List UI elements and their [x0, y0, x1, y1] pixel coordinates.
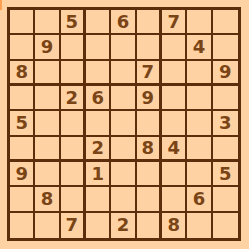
cell-r6c9[interactable] [213, 137, 238, 162]
cell-r7c5[interactable] [111, 162, 136, 187]
cell-r9c6[interactable] [137, 213, 162, 238]
cell-r1c4[interactable] [86, 10, 111, 35]
cell-r3c7[interactable] [162, 61, 187, 86]
cell-r4c2[interactable] [35, 86, 60, 111]
cell-r7c3[interactable] [61, 162, 86, 187]
cell-r8c9[interactable] [213, 187, 238, 212]
cell-r9c7[interactable]: 8 [162, 213, 187, 238]
cell-r6c7[interactable]: 4 [162, 137, 187, 162]
cell-r4c7[interactable] [162, 86, 187, 111]
cell-r1c1[interactable] [10, 10, 35, 35]
cell-r6c2[interactable] [35, 137, 60, 162]
cell-r4c5[interactable] [111, 86, 136, 111]
cell-r6c3[interactable] [61, 137, 86, 162]
cell-r8c6[interactable] [137, 187, 162, 212]
cell-r7c4[interactable]: 1 [86, 162, 111, 187]
cell-r8c3[interactable] [61, 187, 86, 212]
cell-r1c7[interactable]: 7 [162, 10, 187, 35]
cell-r4c6[interactable]: 9 [137, 86, 162, 111]
cell-r5c5[interactable] [111, 111, 136, 136]
cell-r1c2[interactable] [35, 10, 60, 35]
cell-r5c4[interactable] [86, 111, 111, 136]
cell-r2c8[interactable]: 4 [187, 35, 212, 60]
cell-r4c8[interactable] [187, 86, 212, 111]
cell-r5c6[interactable] [137, 111, 162, 136]
cell-r5c1[interactable]: 5 [10, 111, 35, 136]
cell-r8c5[interactable] [111, 187, 136, 212]
cell-r7c2[interactable] [35, 162, 60, 187]
cell-r9c2[interactable] [35, 213, 60, 238]
cell-r9c8[interactable] [187, 213, 212, 238]
cell-r6c1[interactable] [10, 137, 35, 162]
cell-r2c7[interactable] [162, 35, 187, 60]
cell-r3c8[interactable] [187, 61, 212, 86]
cell-r3c5[interactable] [111, 61, 136, 86]
cell-r8c1[interactable] [10, 187, 35, 212]
cell-r9c4[interactable] [86, 213, 111, 238]
cell-r3c1[interactable]: 8 [10, 61, 35, 86]
sudoku-board: 567948792695328491586728 [7, 7, 241, 241]
cell-r1c9[interactable] [213, 10, 238, 35]
cell-r5c2[interactable] [35, 111, 60, 136]
cell-r3c9[interactable]: 9 [213, 61, 238, 86]
cell-r2c6[interactable] [137, 35, 162, 60]
cell-r7c8[interactable] [187, 162, 212, 187]
cell-r2c4[interactable] [86, 35, 111, 60]
cell-r7c1[interactable]: 9 [10, 162, 35, 187]
cell-r2c1[interactable] [10, 35, 35, 60]
cell-r4c9[interactable] [213, 86, 238, 111]
cell-r3c3[interactable] [61, 61, 86, 86]
cell-r9c3[interactable]: 7 [61, 213, 86, 238]
cell-r9c5[interactable]: 2 [111, 213, 136, 238]
cell-r9c1[interactable] [10, 213, 35, 238]
cell-r8c2[interactable]: 8 [35, 187, 60, 212]
cell-r7c7[interactable] [162, 162, 187, 187]
cell-r8c7[interactable] [162, 187, 187, 212]
cell-r2c9[interactable] [213, 35, 238, 60]
cell-r4c4[interactable]: 6 [86, 86, 111, 111]
cell-r6c6[interactable]: 8 [137, 137, 162, 162]
cell-r6c5[interactable] [111, 137, 136, 162]
cell-r8c4[interactable] [86, 187, 111, 212]
cell-r3c2[interactable] [35, 61, 60, 86]
cell-r5c9[interactable]: 3 [213, 111, 238, 136]
cell-r6c4[interactable]: 2 [86, 137, 111, 162]
cell-r8c8[interactable]: 6 [187, 187, 212, 212]
edge-artifact [0, 0, 2, 10]
cell-r1c3[interactable]: 5 [61, 10, 86, 35]
cell-r2c3[interactable] [61, 35, 86, 60]
cell-r1c5[interactable]: 6 [111, 10, 136, 35]
cell-r3c6[interactable]: 7 [137, 61, 162, 86]
cell-r1c6[interactable] [137, 10, 162, 35]
cell-r4c3[interactable]: 2 [61, 86, 86, 111]
cell-r5c3[interactable] [61, 111, 86, 136]
cell-r5c7[interactable] [162, 111, 187, 136]
cell-r2c2[interactable]: 9 [35, 35, 60, 60]
cell-r9c9[interactable] [213, 213, 238, 238]
cell-r6c8[interactable] [187, 137, 212, 162]
cell-r3c4[interactable] [86, 61, 111, 86]
cell-r2c5[interactable] [111, 35, 136, 60]
cell-r7c6[interactable] [137, 162, 162, 187]
cell-r7c9[interactable]: 5 [213, 162, 238, 187]
cell-r4c1[interactable] [10, 86, 35, 111]
cell-r5c8[interactable] [187, 111, 212, 136]
cell-r1c8[interactable] [187, 10, 212, 35]
